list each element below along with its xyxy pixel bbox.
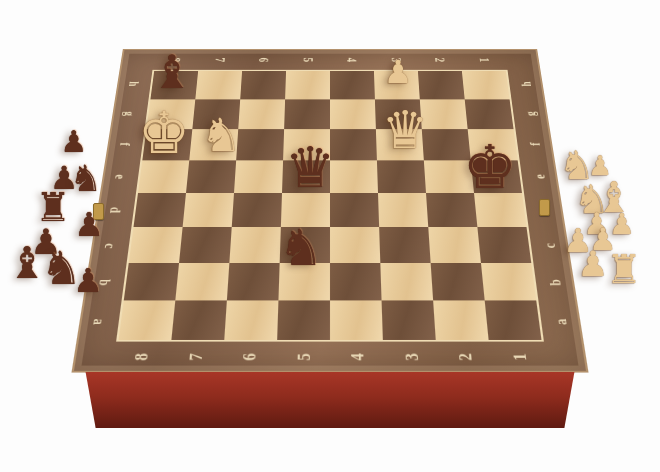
square-c1 [477,227,531,263]
square-d7 [183,193,234,227]
square-h5 [285,71,330,100]
rank-labels-top: 87654321 [153,54,507,67]
square-b4 [330,263,382,301]
square-b7 [175,263,229,301]
square-d8 [133,193,186,227]
square-h6 [240,71,286,100]
square-a8 [119,300,176,339]
square-b6 [227,263,280,301]
square-a7 [171,300,226,339]
square-a4 [330,300,383,339]
rank-label: 5 [289,336,316,378]
square-a5 [277,300,330,339]
square-h4 [330,71,375,100]
chess-board: 87654321 87654321 hgfedcba hgfedcba [71,49,588,372]
black-queen-e5: ♛ [285,140,335,196]
square-a1 [485,300,542,339]
rank-label: 7 [180,336,210,378]
rank-labels-bottom: 87654321 [113,347,548,368]
square-e7 [186,160,236,193]
chess-set-photo: 87654321 87654321 hgfedcba hgfedcba ♝♚♞♟… [0,0,660,472]
square-a2 [433,300,488,339]
square-b3 [380,263,433,301]
square-h1 [462,71,510,100]
square-d4 [330,193,379,227]
rank-label: 8 [125,336,157,378]
white-knight-f7: ♞ [200,112,241,158]
square-c4 [330,227,380,263]
right-clasp [539,199,550,216]
black-knight-c5: ♞ [279,223,324,273]
rank-label: 3 [397,336,426,378]
square-g4 [330,99,376,129]
square-h2 [418,71,465,100]
white-rook-offboard-right: ♜ [606,249,642,289]
square-g6 [238,99,285,129]
board-frame: 87654321 87654321 hgfedcba hgfedcba [71,49,588,372]
black-rook-offboard-left: ♜ [35,187,71,227]
square-c2 [428,227,481,263]
square-f6 [236,129,284,160]
square-b8 [124,263,179,301]
square-e4 [330,160,378,193]
black-pawn-offboard-left: ♟ [74,208,104,241]
square-g1 [465,99,514,129]
black-pawn-offboard-left: ♟ [61,127,88,157]
rank-label: 4 [343,336,370,378]
rank-label: 2 [450,336,480,378]
square-c7 [179,227,232,263]
square-f4 [330,129,377,160]
white-queen-f3: ♛ [382,104,429,156]
rank-label: 1 [503,336,535,378]
square-e6 [234,160,283,193]
white-pawn-offboard-right: ♟ [577,247,608,282]
black-bishop-h8: ♝ [151,49,192,95]
rank-label: 6 [234,336,263,378]
square-h7 [195,71,242,100]
white-pawn-h3: ♟ [384,56,413,88]
black-king-e1: ♚ [463,137,517,197]
square-a3 [382,300,436,339]
square-a6 [224,300,278,339]
white-king-f8: ♚ [138,104,190,162]
square-d6 [232,193,282,227]
square-c6 [229,227,281,263]
square-c8 [129,227,183,263]
square-d3 [378,193,428,227]
box-front-panel [78,372,582,428]
black-pawn-offboard-left: ♟ [73,264,103,297]
square-b1 [481,263,536,301]
square-c3 [379,227,431,263]
square-e3 [377,160,426,193]
black-knight-offboard-left: ♞ [70,161,102,197]
square-b2 [431,263,485,301]
square-g5 [284,99,330,129]
